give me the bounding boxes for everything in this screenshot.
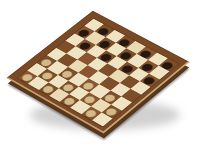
photo-canvas: ●●●●●●●●●●●●●●●●●●●●●●●● — [0, 0, 200, 150]
